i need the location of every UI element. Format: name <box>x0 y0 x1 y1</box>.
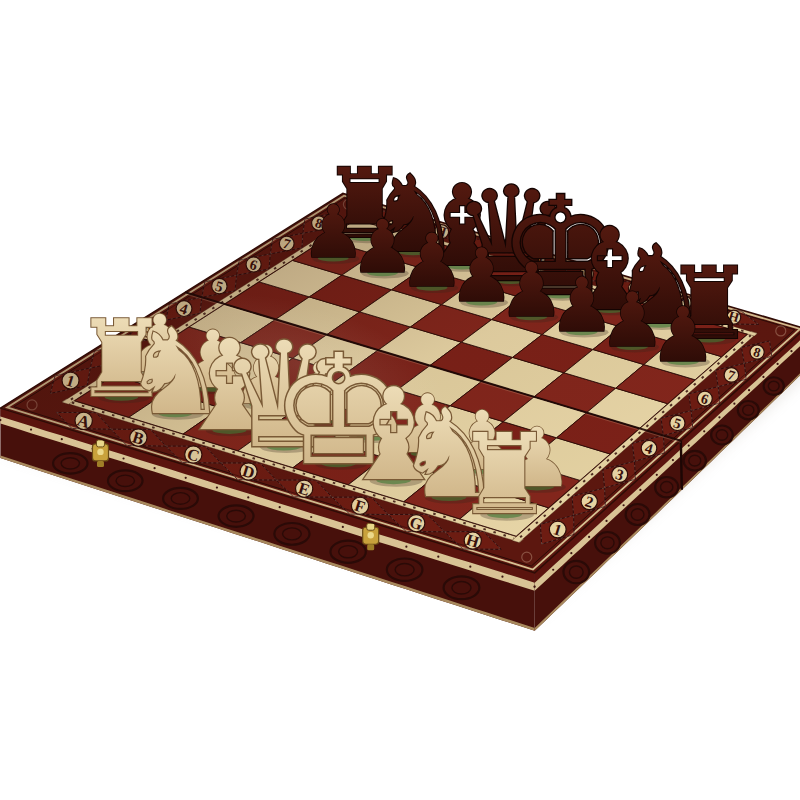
piece-white-rook-h1[interactable]: ♜ <box>455 410 554 539</box>
chess-set-photo: AA11BB22CC33DD44EE55FF66GG77HH88♜♞♟♝♟♛♟♚… <box>0 0 800 800</box>
fold-seam-side <box>681 441 682 490</box>
piece-glyph: ♟ <box>649 291 717 379</box>
chess-board: AA11BB22CC33DD44EE55FF66GG77HH88♜♞♟♝♟♛♟♚… <box>0 0 800 800</box>
rank-label-2-h-edge: 2 <box>581 492 597 511</box>
piece-glyph: ♜ <box>455 410 554 539</box>
piece-black-pawn-h7[interactable]: ♟ <box>649 291 717 379</box>
